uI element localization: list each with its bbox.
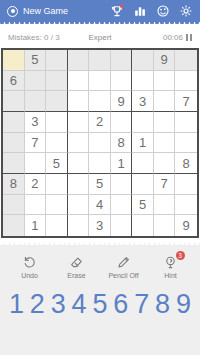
cell-r3c4[interactable]: 2: [89, 112, 111, 133]
cell-r7c1[interactable]: [25, 195, 47, 216]
stats-bars-icon[interactable]: [133, 4, 147, 18]
cell-r8c6[interactable]: [132, 215, 154, 236]
cell-r5c4[interactable]: [89, 153, 111, 174]
cell-r6c4[interactable]: 5: [89, 174, 111, 195]
numpad-key-5[interactable]: 5: [92, 290, 107, 318]
cell-r8c0[interactable]: [3, 215, 25, 236]
cell-r0c2[interactable]: [46, 50, 68, 71]
cell-r6c8[interactable]: [175, 174, 197, 195]
cell-r7c6[interactable]: 5: [132, 195, 154, 216]
settings-gear-icon[interactable]: [179, 4, 193, 18]
cell-r3c2[interactable]: [46, 112, 68, 133]
cell-r6c0[interactable]: 8: [3, 174, 25, 195]
cell-r1c5[interactable]: [111, 71, 133, 92]
numpad-key-7[interactable]: 7: [134, 290, 149, 318]
numpad: 123456789: [0, 290, 200, 318]
cell-r7c0[interactable]: [3, 195, 25, 216]
cell-r0c8[interactable]: [175, 50, 197, 71]
hint-badge: 3: [176, 251, 185, 260]
hint-label: Hint: [164, 272, 176, 279]
cell-r5c1[interactable]: [25, 153, 47, 174]
cell-r4c6[interactable]: 1: [132, 133, 154, 154]
cell-r2c5[interactable]: 9: [111, 91, 133, 112]
cell-r3c0[interactable]: [3, 112, 25, 133]
cell-r5c0[interactable]: [3, 153, 25, 174]
cell-r3c6[interactable]: [132, 112, 154, 133]
cell-r0c6[interactable]: [132, 50, 154, 71]
cell-r5c7[interactable]: [154, 153, 176, 174]
cell-r3c5[interactable]: [111, 112, 133, 133]
erase-label: Erase: [67, 272, 85, 279]
cell-r1c4[interactable]: [89, 71, 111, 92]
numpad-key-4[interactable]: 4: [72, 290, 87, 318]
timer: 00:06: [163, 33, 183, 42]
cell-r1c8[interactable]: [175, 71, 197, 92]
cell-r2c2[interactable]: [46, 91, 68, 112]
hint-button[interactable]: 3 Hint: [154, 255, 188, 279]
top-bar: New Game: [0, 0, 200, 22]
cell-r5c2[interactable]: 5: [46, 153, 68, 174]
undo-label: Undo: [21, 272, 38, 279]
cell-r0c0[interactable]: [3, 50, 25, 71]
cell-r0c7[interactable]: 9: [154, 50, 176, 71]
numpad-key-3[interactable]: 3: [51, 290, 66, 318]
cell-r7c3[interactable]: [68, 195, 90, 216]
cell-r5c5[interactable]: 1: [111, 153, 133, 174]
cell-r5c6[interactable]: [132, 153, 154, 174]
cell-r4c8[interactable]: [175, 133, 197, 154]
new-game-label: New Game: [23, 6, 68, 16]
cell-r2c3[interactable]: [68, 91, 90, 112]
cell-r2c4[interactable]: [89, 91, 111, 112]
cell-r5c8[interactable]: 8: [175, 153, 197, 174]
cell-r1c1[interactable]: [25, 71, 47, 92]
cell-r2c1[interactable]: [25, 91, 47, 112]
cell-r1c0[interactable]: 6: [3, 71, 25, 92]
status-row: Mistakes: 0 / 3 Expert 00:06: [0, 26, 200, 47]
cell-r6c5[interactable]: [111, 174, 133, 195]
cell-r6c2[interactable]: [46, 174, 68, 195]
cell-r8c8[interactable]: 9: [175, 215, 197, 236]
cell-r8c3[interactable]: [68, 215, 90, 236]
cell-r4c3[interactable]: [68, 133, 90, 154]
cell-r4c1[interactable]: 7: [25, 133, 47, 154]
difficulty-label: Expert: [88, 33, 111, 42]
cell-r4c2[interactable]: [46, 133, 68, 154]
undo-button[interactable]: Undo: [13, 255, 47, 279]
cell-r1c3[interactable]: [68, 71, 90, 92]
pause-icon[interactable]: [186, 34, 192, 41]
cell-r2c7[interactable]: [154, 91, 176, 112]
record-icon: [7, 6, 18, 17]
cell-r8c5[interactable]: [111, 215, 133, 236]
sudoku-grid: 59693732781518825745139: [1, 48, 199, 238]
new-game-button[interactable]: New Game: [7, 6, 68, 17]
cell-r0c4[interactable]: [89, 50, 111, 71]
cell-r0c5[interactable]: [111, 50, 133, 71]
cell-r1c2[interactable]: [46, 71, 68, 92]
numpad-key-2[interactable]: 2: [30, 290, 45, 318]
cell-r3c7[interactable]: [154, 112, 176, 133]
cell-r6c3[interactable]: [68, 174, 90, 195]
cell-r5c3[interactable]: [68, 153, 90, 174]
trophy-icon[interactable]: [110, 4, 124, 18]
cell-r7c4[interactable]: 4: [89, 195, 111, 216]
cell-r8c1[interactable]: 1: [25, 215, 47, 236]
numpad-key-8[interactable]: 8: [155, 290, 170, 318]
toolbar: Undo Erase Pencil Off 3: [0, 247, 200, 279]
cell-r4c4[interactable]: [89, 133, 111, 154]
cell-r0c3[interactable]: [68, 50, 90, 71]
play-sheet: Mistakes: 0 / 3 Expert 00:06 59693732781…: [0, 26, 200, 243]
cell-r2c6[interactable]: 3: [132, 91, 154, 112]
numpad-key-1[interactable]: 1: [9, 290, 24, 318]
cell-r6c1[interactable]: 2: [25, 174, 47, 195]
cell-r7c2[interactable]: [46, 195, 68, 216]
mistakes-counter: Mistakes: 0 / 3: [8, 33, 88, 42]
cell-r2c0[interactable]: [3, 91, 25, 112]
cell-r1c6[interactable]: [132, 71, 154, 92]
cell-r8c7[interactable]: [154, 215, 176, 236]
cell-r4c7[interactable]: [154, 133, 176, 154]
theme-palette-icon[interactable]: [156, 4, 170, 18]
numpad-key-6[interactable]: 6: [113, 290, 128, 318]
cell-r7c8[interactable]: [175, 195, 197, 216]
pencil-off-label: Pencil Off: [108, 272, 138, 279]
cell-r4c5[interactable]: 8: [111, 133, 133, 154]
cell-r7c7[interactable]: [154, 195, 176, 216]
cell-r1c7[interactable]: [154, 71, 176, 92]
cell-r7c5[interactable]: [111, 195, 133, 216]
cell-r0c1[interactable]: 5: [25, 50, 47, 71]
cell-r3c8[interactable]: [175, 112, 197, 133]
cell-r8c4[interactable]: 3: [89, 215, 111, 236]
cell-r8c2[interactable]: [46, 215, 68, 236]
numpad-key-9[interactable]: 9: [176, 290, 191, 318]
cell-r3c3[interactable]: [68, 112, 90, 133]
cell-r4c0[interactable]: [3, 133, 25, 154]
cell-r6c7[interactable]: 7: [154, 174, 176, 195]
cell-r3c1[interactable]: 3: [25, 112, 47, 133]
pencil-button[interactable]: Pencil Off: [107, 255, 141, 279]
erase-button[interactable]: Erase: [60, 255, 94, 279]
cell-r6c6[interactable]: [132, 174, 154, 195]
cell-r2c8[interactable]: 7: [175, 91, 197, 112]
